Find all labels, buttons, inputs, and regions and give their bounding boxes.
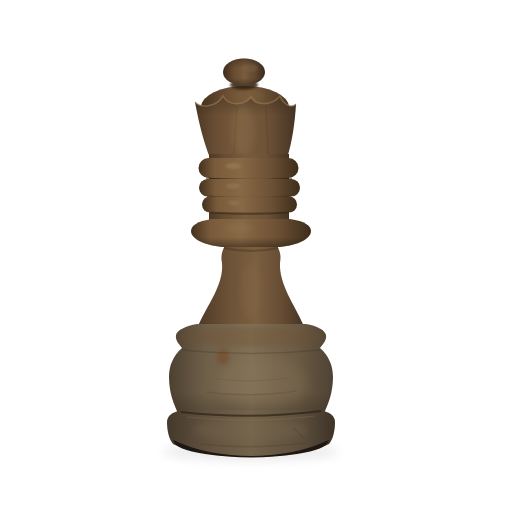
crown xyxy=(195,96,296,162)
ring-2 xyxy=(199,179,300,197)
product-photo xyxy=(0,0,510,510)
chess-piece-queen xyxy=(0,0,510,510)
neck-bell xyxy=(198,244,304,326)
ring-3 xyxy=(202,197,297,213)
finial-knob xyxy=(223,59,265,86)
ring-1 xyxy=(199,158,299,178)
base-bulb xyxy=(169,324,333,415)
collar xyxy=(191,219,311,247)
